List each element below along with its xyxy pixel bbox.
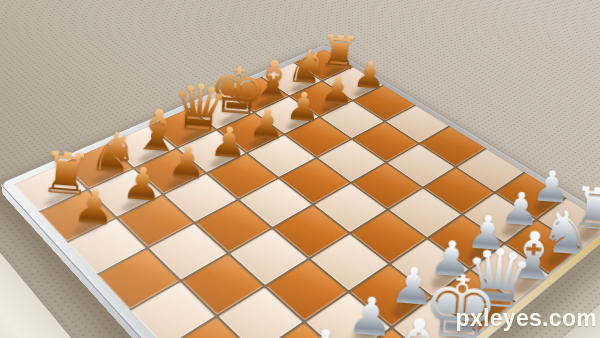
square-a3[interactable] (166, 317, 254, 338)
white-bishop-glyph: ♝ (382, 309, 454, 338)
perspective-viewport: ♜♞♝♛♚♝♞♜♟♟♟♟♟♟♟♟♟♟♟♟♟♟♟♟♜♞♝♚♛♝♞♜ (0, 0, 600, 338)
scene: ♜♞♝♛♚♝♞♜♟♟♟♟♟♟♟♟♟♟♟♟♟♟♟♟♜♞♝♚♛♝♞♜ pxleyes… (0, 0, 600, 338)
square-a4[interactable] (131, 282, 215, 338)
white-pawn-glyph: ♟ (298, 323, 351, 338)
square-b4[interactable] (182, 254, 263, 314)
watermark-text: pxleyes.com (456, 305, 597, 332)
square-c5[interactable] (196, 200, 271, 252)
piece-black-pawn-a7[interactable]: ♟ (55, 180, 133, 232)
square-b5[interactable] (149, 224, 227, 280)
camera-tilt: ♜♞♝♛♚♝♞♜♟♟♟♟♟♟♟♟♟♟♟♟♟♟♟♟♜♞♝♚♛♝♞♜ (0, 0, 600, 338)
square-a5[interactable] (98, 249, 179, 309)
black-pawn-glyph: ♟ (72, 183, 117, 230)
piece-white-bishop-c1[interactable]: ♝ (372, 304, 465, 338)
board-plane: ♜♞♝♛♚♝♞♜♟♟♟♟♟♟♟♟♟♟♟♟♟♟♟♟♜♞♝♚♛♝♞♜ (1, 44, 600, 338)
square-d4[interactable] (274, 205, 349, 257)
square-c4[interactable] (230, 229, 308, 285)
